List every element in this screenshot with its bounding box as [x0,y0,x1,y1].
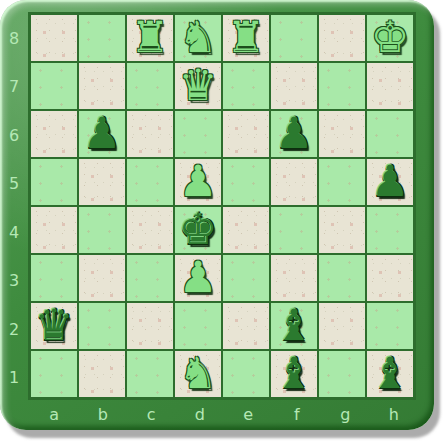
piece-white-pawn[interactable]: ♟ [179,256,218,299]
square-b1[interactable] [78,350,126,398]
square-g4[interactable] [318,206,366,254]
square-f6[interactable]: ♟ [270,110,318,158]
square-f3[interactable] [270,254,318,302]
rank-label-6: 6 [0,111,28,160]
file-label-g: g [321,400,370,428]
file-label-d: d [176,400,225,428]
square-a2[interactable]: ♛ [30,302,78,350]
square-d1[interactable]: ♞ [174,350,222,398]
square-a8[interactable] [30,14,78,62]
file-label-b: b [79,400,128,428]
board-frame: 87654321 abcdefgh ♜♞♜♚♛♟♟♟♟♚♟♛♝♞♝♝ [0,0,434,430]
square-c8[interactable]: ♜ [126,14,174,62]
piece-white-rook[interactable]: ♜ [227,16,266,59]
chess-board[interactable]: ♜♞♜♚♛♟♟♟♟♚♟♛♝♞♝♝ [28,12,416,400]
square-h3[interactable] [366,254,414,302]
rank-label-4: 4 [0,208,28,257]
piece-white-rook[interactable]: ♜ [131,16,170,59]
square-a1[interactable] [30,350,78,398]
rank-label-7: 7 [0,63,28,112]
square-h2[interactable] [366,302,414,350]
file-label-c: c [127,400,176,428]
square-h8[interactable]: ♚ [366,14,414,62]
square-d8[interactable]: ♞ [174,14,222,62]
square-a7[interactable] [30,62,78,110]
piece-black-bishop[interactable]: ♝ [371,352,410,395]
square-e5[interactable] [222,158,270,206]
piece-white-knight[interactable]: ♞ [179,16,218,59]
piece-black-pawn[interactable]: ♟ [275,112,314,155]
file-labels: abcdefgh [30,400,418,428]
rank-label-1: 1 [0,354,28,403]
square-f7[interactable] [270,62,318,110]
square-h4[interactable] [366,206,414,254]
square-d2[interactable] [174,302,222,350]
square-d5[interactable]: ♟ [174,158,222,206]
rank-labels: 87654321 [0,14,28,402]
piece-white-knight[interactable]: ♞ [179,352,218,395]
square-c7[interactable] [126,62,174,110]
piece-black-pawn[interactable]: ♟ [371,160,410,203]
square-c6[interactable] [126,110,174,158]
square-b8[interactable] [78,14,126,62]
square-a6[interactable] [30,110,78,158]
rank-label-8: 8 [0,14,28,63]
chess-app-window: 87654321 abcdefgh ♜♞♜♚♛♟♟♟♟♚♟♛♝♞♝♝ [0,0,444,442]
square-f1[interactable]: ♝ [270,350,318,398]
square-e2[interactable] [222,302,270,350]
square-b2[interactable] [78,302,126,350]
square-f2[interactable]: ♝ [270,302,318,350]
file-label-f: f [273,400,322,428]
square-b6[interactable]: ♟ [78,110,126,158]
file-label-e: e [224,400,273,428]
square-h1[interactable]: ♝ [366,350,414,398]
square-b5[interactable] [78,158,126,206]
square-c5[interactable] [126,158,174,206]
rank-label-2: 2 [0,305,28,354]
square-b3[interactable] [78,254,126,302]
square-e6[interactable] [222,110,270,158]
square-d3[interactable]: ♟ [174,254,222,302]
square-c3[interactable] [126,254,174,302]
square-d7[interactable]: ♛ [174,62,222,110]
square-h7[interactable] [366,62,414,110]
square-d4[interactable]: ♚ [174,206,222,254]
square-h5[interactable]: ♟ [366,158,414,206]
square-b7[interactable] [78,62,126,110]
square-g3[interactable] [318,254,366,302]
piece-black-king[interactable]: ♚ [179,208,218,251]
square-g6[interactable] [318,110,366,158]
square-e7[interactable] [222,62,270,110]
piece-black-bishop[interactable]: ♝ [275,352,314,395]
square-g7[interactable] [318,62,366,110]
square-e1[interactable] [222,350,270,398]
rank-label-5: 5 [0,160,28,209]
square-h6[interactable] [366,110,414,158]
file-label-a: a [30,400,79,428]
square-b4[interactable] [78,206,126,254]
piece-white-pawn[interactable]: ♟ [179,160,218,203]
square-c4[interactable] [126,206,174,254]
square-a4[interactable] [30,206,78,254]
piece-black-bishop[interactable]: ♝ [275,304,314,347]
square-e8[interactable]: ♜ [222,14,270,62]
square-f4[interactable] [270,206,318,254]
square-g2[interactable] [318,302,366,350]
file-label-h: h [370,400,419,428]
piece-white-king[interactable]: ♚ [371,16,410,59]
square-d6[interactable] [174,110,222,158]
square-g5[interactable] [318,158,366,206]
square-a3[interactable] [30,254,78,302]
piece-white-queen[interactable]: ♛ [179,64,218,107]
rank-label-3: 3 [0,257,28,306]
square-g8[interactable] [318,14,366,62]
square-a5[interactable] [30,158,78,206]
square-c1[interactable] [126,350,174,398]
square-f8[interactable] [270,14,318,62]
square-g1[interactable] [318,350,366,398]
square-e3[interactable] [222,254,270,302]
piece-black-pawn[interactable]: ♟ [83,112,122,155]
piece-black-queen[interactable]: ♛ [35,304,74,347]
square-f5[interactable] [270,158,318,206]
square-c2[interactable] [126,302,174,350]
square-e4[interactable] [222,206,270,254]
